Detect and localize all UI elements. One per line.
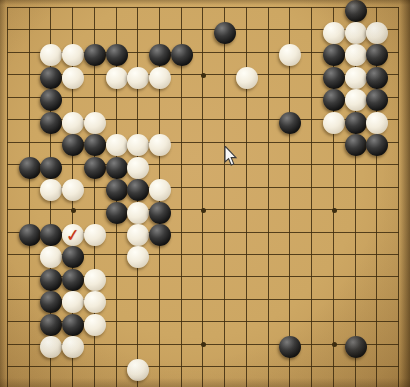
black-stone: [323, 89, 345, 111]
white-stone: [106, 67, 128, 89]
mouse-cursor-icon: [224, 146, 238, 167]
black-stone: [149, 44, 171, 66]
white-stone: [366, 112, 388, 134]
black-stone: [279, 336, 301, 358]
black-stone: [149, 224, 171, 246]
white-stone: [62, 336, 84, 358]
black-stone: [62, 246, 84, 268]
black-stone: [40, 291, 62, 313]
white-stone: [366, 22, 388, 44]
star-point: [201, 208, 206, 213]
black-stone: [40, 67, 62, 89]
white-stone: [84, 314, 106, 336]
white-stone: [40, 179, 62, 201]
black-stone: [345, 0, 367, 22]
white-stone: [84, 269, 106, 291]
black-stone: [40, 269, 62, 291]
white-stone: [279, 44, 301, 66]
black-stone: [323, 44, 345, 66]
black-stone: [345, 134, 367, 156]
black-stone: [62, 134, 84, 156]
white-stone: [149, 67, 171, 89]
white-stone: [127, 67, 149, 89]
star-point: [201, 73, 206, 78]
black-stone: [19, 224, 41, 246]
white-stone: [62, 179, 84, 201]
white-stone: [62, 44, 84, 66]
white-stone: [236, 67, 258, 89]
black-stone: [106, 44, 128, 66]
white-stone: [40, 246, 62, 268]
go-board[interactable]: ✓: [0, 0, 410, 387]
star-point: [201, 342, 206, 347]
white-stone: [62, 112, 84, 134]
black-stone: [40, 224, 62, 246]
white-stone: [323, 112, 345, 134]
white-stone: [345, 67, 367, 89]
black-stone: [40, 314, 62, 336]
white-stone: [84, 291, 106, 313]
star-point: [71, 208, 76, 213]
checkmark-marker: ✓: [61, 223, 85, 247]
board-vertical-lines: [7, 7, 399, 387]
black-stone: [40, 112, 62, 134]
white-stone: [127, 224, 149, 246]
white-stone: [345, 89, 367, 111]
white-stone: [127, 246, 149, 268]
black-stone: [366, 67, 388, 89]
white-stone: [127, 202, 149, 224]
white-stone: [345, 22, 367, 44]
black-stone: [345, 112, 367, 134]
black-stone: [149, 202, 171, 224]
white-stone: [84, 112, 106, 134]
white-stone: [127, 359, 149, 381]
white-stone: [62, 67, 84, 89]
black-stone: [366, 89, 388, 111]
black-stone: [106, 202, 128, 224]
white-stone: [149, 134, 171, 156]
black-stone: [127, 179, 149, 201]
star-point: [332, 73, 337, 78]
black-stone: [279, 112, 301, 134]
white-stone: [149, 179, 171, 201]
white-stone: [345, 44, 367, 66]
black-stone: [62, 269, 84, 291]
black-stone: [84, 157, 106, 179]
white-stone: [127, 134, 149, 156]
black-stone: [366, 44, 388, 66]
star-point: [71, 73, 76, 78]
white-stone: [62, 291, 84, 313]
white-stone: [62, 224, 84, 246]
black-stone: [366, 134, 388, 156]
board-vignette: [0, 0, 410, 387]
white-stone: [40, 336, 62, 358]
black-stone: [40, 89, 62, 111]
white-stone: [40, 44, 62, 66]
black-stone: [84, 44, 106, 66]
white-stone: [323, 22, 345, 44]
star-point: [332, 342, 337, 347]
board-horizontal-lines: [7, 7, 399, 368]
black-stone: [62, 314, 84, 336]
black-stone: [40, 157, 62, 179]
white-stone: [127, 157, 149, 179]
star-point: [332, 208, 337, 213]
star-point: [71, 342, 76, 347]
white-stone: [106, 134, 128, 156]
black-stone: [84, 134, 106, 156]
black-stone: [106, 157, 128, 179]
black-stone: [19, 157, 41, 179]
black-stone: [171, 44, 193, 66]
black-stone: [345, 336, 367, 358]
black-stone: [323, 67, 345, 89]
black-stone: [106, 179, 128, 201]
black-stone: [214, 22, 236, 44]
white-stone: [84, 224, 106, 246]
